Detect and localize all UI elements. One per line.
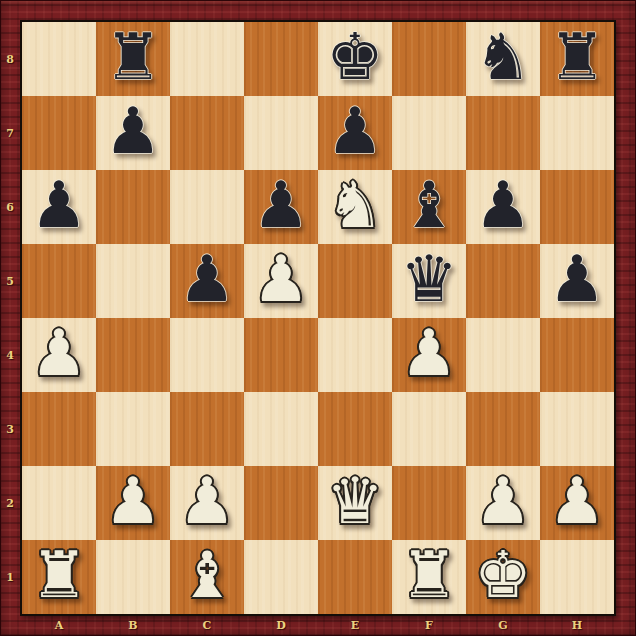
file-label-d: D xyxy=(244,615,318,635)
white-pawn[interactable]: ♟ xyxy=(548,469,605,533)
file-label-g: G xyxy=(466,615,540,635)
square-e6[interactable]: ♞ xyxy=(318,170,392,244)
black-pawn[interactable]: ♟ xyxy=(178,247,235,311)
square-g7[interactable] xyxy=(466,96,540,170)
square-g4[interactable] xyxy=(466,318,540,392)
white-rook[interactable]: ♜ xyxy=(30,543,87,607)
file-label-f: F xyxy=(392,615,466,635)
rank-label-3: 3 xyxy=(0,392,20,466)
square-d4[interactable] xyxy=(244,318,318,392)
black-pawn[interactable]: ♟ xyxy=(474,173,531,237)
square-d3[interactable] xyxy=(244,392,318,466)
square-f2[interactable] xyxy=(392,466,466,540)
square-a1[interactable]: ♜ xyxy=(22,540,96,614)
square-d8[interactable] xyxy=(244,22,318,96)
square-c5[interactable]: ♟ xyxy=(170,244,244,318)
square-d6[interactable]: ♟ xyxy=(244,170,318,244)
square-h3[interactable] xyxy=(540,392,614,466)
square-b3[interactable] xyxy=(96,392,170,466)
square-g1[interactable]: ♚ xyxy=(466,540,540,614)
white-pawn[interactable]: ♟ xyxy=(178,469,235,533)
file-label-a: A xyxy=(22,615,96,635)
rank-label-7: 7 xyxy=(0,96,20,170)
square-c3[interactable] xyxy=(170,392,244,466)
square-e7[interactable]: ♟ xyxy=(318,96,392,170)
square-f1[interactable]: ♜ xyxy=(392,540,466,614)
square-d7[interactable] xyxy=(244,96,318,170)
square-e4[interactable] xyxy=(318,318,392,392)
rank-label-8: 8 xyxy=(0,22,20,96)
square-c8[interactable] xyxy=(170,22,244,96)
black-bishop[interactable]: ♝ xyxy=(400,173,457,237)
black-rook[interactable]: ♜ xyxy=(548,25,605,89)
rank-label-1: 1 xyxy=(0,540,20,614)
square-c7[interactable] xyxy=(170,96,244,170)
white-pawn[interactable]: ♟ xyxy=(252,247,309,311)
white-pawn[interactable]: ♟ xyxy=(400,321,457,385)
square-b2[interactable]: ♟ xyxy=(96,466,170,540)
square-d2[interactable] xyxy=(244,466,318,540)
square-c2[interactable]: ♟ xyxy=(170,466,244,540)
square-a5[interactable] xyxy=(22,244,96,318)
square-a2[interactable] xyxy=(22,466,96,540)
white-knight[interactable]: ♞ xyxy=(326,173,383,237)
rank-label-5: 5 xyxy=(0,244,20,318)
rank-label-4: 4 xyxy=(0,318,20,392)
square-g2[interactable]: ♟ xyxy=(466,466,540,540)
square-d5[interactable]: ♟ xyxy=(244,244,318,318)
square-a3[interactable] xyxy=(22,392,96,466)
black-pawn[interactable]: ♟ xyxy=(252,173,309,237)
black-knight[interactable]: ♞ xyxy=(474,25,531,89)
white-pawn[interactable]: ♟ xyxy=(474,469,531,533)
white-rook[interactable]: ♜ xyxy=(400,543,457,607)
square-b7[interactable]: ♟ xyxy=(96,96,170,170)
square-h4[interactable] xyxy=(540,318,614,392)
square-e8[interactable]: ♚ xyxy=(318,22,392,96)
square-a7[interactable] xyxy=(22,96,96,170)
black-queen[interactable]: ♛ xyxy=(400,247,457,311)
square-h8[interactable]: ♜ xyxy=(540,22,614,96)
square-h1[interactable] xyxy=(540,540,614,614)
square-g5[interactable] xyxy=(466,244,540,318)
white-pawn[interactable]: ♟ xyxy=(30,321,87,385)
white-bishop[interactable]: ♝ xyxy=(178,543,235,607)
square-a6[interactable]: ♟ xyxy=(22,170,96,244)
white-king[interactable]: ♚ xyxy=(474,543,531,607)
square-c6[interactable] xyxy=(170,170,244,244)
white-pawn[interactable]: ♟ xyxy=(104,469,161,533)
square-d1[interactable] xyxy=(244,540,318,614)
black-pawn[interactable]: ♟ xyxy=(548,247,605,311)
square-b5[interactable] xyxy=(96,244,170,318)
black-rook[interactable]: ♜ xyxy=(104,25,161,89)
square-e3[interactable] xyxy=(318,392,392,466)
square-g6[interactable]: ♟ xyxy=(466,170,540,244)
square-f8[interactable] xyxy=(392,22,466,96)
square-b4[interactable] xyxy=(96,318,170,392)
square-h5[interactable]: ♟ xyxy=(540,244,614,318)
square-g3[interactable] xyxy=(466,392,540,466)
square-b6[interactable] xyxy=(96,170,170,244)
square-c1[interactable]: ♝ xyxy=(170,540,244,614)
square-f4[interactable]: ♟ xyxy=(392,318,466,392)
chess-board: ♜♚♞♜♟♟♟♟♞♝♟♟♟♛♟♟♟♟♟♛♟♟♜♝♜♚ xyxy=(20,20,616,616)
square-f5[interactable]: ♛ xyxy=(392,244,466,318)
square-e2[interactable]: ♛ xyxy=(318,466,392,540)
file-label-b: B xyxy=(96,615,170,635)
black-pawn[interactable]: ♟ xyxy=(326,99,383,163)
square-g8[interactable]: ♞ xyxy=(466,22,540,96)
square-e1[interactable] xyxy=(318,540,392,614)
square-e5[interactable] xyxy=(318,244,392,318)
square-h7[interactable] xyxy=(540,96,614,170)
square-a8[interactable] xyxy=(22,22,96,96)
square-a4[interactable]: ♟ xyxy=(22,318,96,392)
square-f6[interactable]: ♝ xyxy=(392,170,466,244)
square-f7[interactable] xyxy=(392,96,466,170)
square-b1[interactable] xyxy=(96,540,170,614)
square-h2[interactable]: ♟ xyxy=(540,466,614,540)
white-queen[interactable]: ♛ xyxy=(326,469,383,533)
square-c4[interactable] xyxy=(170,318,244,392)
square-b8[interactable]: ♜ xyxy=(96,22,170,96)
black-pawn[interactable]: ♟ xyxy=(30,173,87,237)
rank-label-2: 2 xyxy=(0,466,20,540)
rank-label-6: 6 xyxy=(0,170,20,244)
file-label-h: H xyxy=(540,615,614,635)
file-label-c: C xyxy=(170,615,244,635)
black-pawn[interactable]: ♟ xyxy=(104,99,161,163)
square-f3[interactable] xyxy=(392,392,466,466)
black-king[interactable]: ♚ xyxy=(326,25,383,89)
file-label-e: E xyxy=(318,615,392,635)
square-h6[interactable] xyxy=(540,170,614,244)
chess-board-frame: ♜♚♞♜♟♟♟♟♞♝♟♟♟♛♟♟♟♟♟♛♟♟♜♝♜♚ 87654321ABCDE… xyxy=(0,0,636,636)
